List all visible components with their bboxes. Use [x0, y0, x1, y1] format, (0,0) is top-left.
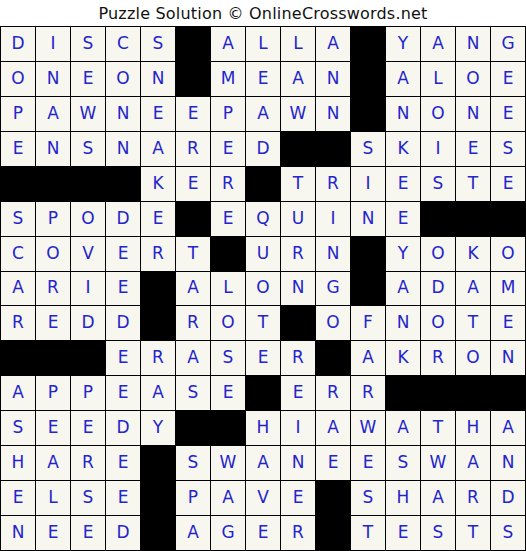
letter-cell: A	[281, 62, 316, 97]
black-cell	[1, 341, 36, 376]
letter-cell: R	[176, 132, 211, 167]
letter-cell: A	[176, 516, 211, 551]
letter-cell: R	[456, 481, 491, 516]
black-cell	[491, 202, 526, 237]
black-cell	[176, 27, 211, 62]
letter-cell: K	[456, 237, 491, 272]
letter-cell: E	[71, 62, 106, 97]
letter-cell: E	[36, 306, 71, 341]
letter-cell: R	[1, 306, 36, 341]
letter-cell: S	[141, 27, 176, 62]
letter-cell: S	[71, 481, 106, 516]
letter-cell: A	[351, 341, 386, 376]
letter-cell: H	[246, 411, 281, 446]
black-cell	[351, 272, 386, 307]
letter-cell: H	[386, 481, 421, 516]
letter-cell: P	[36, 202, 71, 237]
letter-cell: H	[1, 446, 36, 481]
black-cell	[281, 132, 316, 167]
black-cell	[71, 167, 106, 202]
letter-cell: S	[71, 132, 106, 167]
letter-cell: N	[456, 97, 491, 132]
letter-cell: I	[316, 202, 351, 237]
letter-cell: O	[491, 237, 526, 272]
letter-cell: E	[106, 237, 141, 272]
letter-cell: H	[456, 411, 491, 446]
black-cell	[281, 306, 316, 341]
letter-cell: C	[1, 237, 36, 272]
letter-cell: E	[246, 516, 281, 551]
letter-cell: L	[281, 27, 316, 62]
letter-cell: P	[211, 97, 246, 132]
letter-cell: P	[1, 97, 36, 132]
letter-cell: L	[36, 481, 71, 516]
letter-cell: S	[421, 516, 456, 551]
letter-cell: G	[316, 272, 351, 307]
black-cell	[141, 516, 176, 551]
black-cell	[141, 481, 176, 516]
letter-cell: N	[36, 132, 71, 167]
letter-cell: E	[71, 411, 106, 446]
letter-cell: N	[106, 132, 141, 167]
letter-cell: N	[386, 97, 421, 132]
letter-cell: O	[1, 62, 36, 97]
black-cell	[351, 97, 386, 132]
letter-cell: R	[141, 237, 176, 272]
letter-cell: E	[351, 446, 386, 481]
letter-cell: I	[351, 167, 386, 202]
letter-cell: T	[351, 516, 386, 551]
letter-cell: E	[36, 411, 71, 446]
letter-cell: W	[281, 97, 316, 132]
letter-cell: N	[386, 306, 421, 341]
black-cell	[176, 62, 211, 97]
letter-cell: S	[491, 132, 526, 167]
letter-cell: A	[316, 27, 351, 62]
letter-cell: R	[71, 446, 106, 481]
black-cell	[421, 376, 456, 411]
letter-cell: A	[176, 341, 211, 376]
letter-cell: E	[491, 306, 526, 341]
black-cell	[386, 376, 421, 411]
letter-cell: D	[246, 132, 281, 167]
letter-cell: E	[386, 516, 421, 551]
letter-cell: A	[141, 132, 176, 167]
letter-cell: N	[141, 62, 176, 97]
letter-cell: O	[456, 62, 491, 97]
black-cell	[71, 341, 106, 376]
letter-cell: E	[246, 62, 281, 97]
letter-cell: A	[1, 376, 36, 411]
letter-cell: E	[386, 202, 421, 237]
letter-cell: P	[36, 376, 71, 411]
letter-cell: P	[176, 481, 211, 516]
letter-cell: W	[351, 411, 386, 446]
letter-cell: A	[36, 97, 71, 132]
letter-cell: R	[36, 272, 71, 307]
black-cell	[351, 27, 386, 62]
letter-cell: E	[456, 132, 491, 167]
letter-cell: E	[106, 272, 141, 307]
letter-cell: L	[246, 27, 281, 62]
letter-cell: E	[176, 97, 211, 132]
letter-cell: E	[176, 167, 211, 202]
letter-cell: K	[386, 341, 421, 376]
black-cell	[316, 341, 351, 376]
letter-cell: Y	[386, 237, 421, 272]
letter-cell: M	[491, 272, 526, 307]
letter-cell: A	[456, 272, 491, 307]
letter-cell: E	[106, 481, 141, 516]
letter-cell: E	[491, 97, 526, 132]
black-cell	[176, 411, 211, 446]
letter-cell: C	[106, 27, 141, 62]
letter-cell: A	[386, 272, 421, 307]
letter-cell: E	[1, 481, 36, 516]
letter-cell: N	[106, 97, 141, 132]
letter-cell: E	[491, 167, 526, 202]
letter-cell: E	[281, 376, 316, 411]
letter-cell: S	[351, 481, 386, 516]
black-cell	[456, 376, 491, 411]
letter-cell: E	[316, 446, 351, 481]
black-cell	[421, 202, 456, 237]
letter-cell: A	[316, 411, 351, 446]
letter-cell: N	[491, 446, 526, 481]
letter-cell: S	[386, 446, 421, 481]
letter-cell: D	[1, 27, 36, 62]
letter-cell: A	[491, 411, 526, 446]
letter-cell: A	[246, 446, 281, 481]
letter-cell: S	[176, 446, 211, 481]
black-cell	[141, 306, 176, 341]
black-cell	[456, 202, 491, 237]
letter-cell: D	[106, 202, 141, 237]
letter-cell: R	[281, 516, 316, 551]
letter-cell: T	[281, 167, 316, 202]
letter-cell: R	[281, 237, 316, 272]
letter-cell: W	[421, 446, 456, 481]
black-cell	[211, 237, 246, 272]
letter-cell: E	[71, 516, 106, 551]
letter-cell: Q	[246, 202, 281, 237]
letter-cell: O	[246, 272, 281, 307]
letter-cell: D	[106, 516, 141, 551]
letter-cell: E	[211, 202, 246, 237]
letter-cell: A	[211, 27, 246, 62]
letter-cell: O	[71, 202, 106, 237]
letter-cell: A	[141, 376, 176, 411]
letter-cell: N	[316, 237, 351, 272]
letter-cell: F	[351, 306, 386, 341]
black-cell	[141, 272, 176, 307]
letter-cell: O	[421, 306, 456, 341]
letter-cell: N	[281, 446, 316, 481]
black-cell	[246, 167, 281, 202]
letter-cell: R	[316, 376, 351, 411]
letter-cell: W	[71, 97, 106, 132]
letter-cell: O	[421, 237, 456, 272]
letter-cell: D	[491, 481, 526, 516]
letter-cell: T	[456, 306, 491, 341]
letter-cell: E	[491, 62, 526, 97]
letter-cell: S	[351, 132, 386, 167]
black-cell	[351, 237, 386, 272]
letter-cell: G	[491, 27, 526, 62]
black-cell	[211, 411, 246, 446]
letter-cell: V	[71, 237, 106, 272]
letter-cell: L	[211, 272, 246, 307]
letter-cell: E	[211, 132, 246, 167]
letter-cell: N	[316, 97, 351, 132]
letter-cell: O	[36, 237, 71, 272]
letter-cell: E	[1, 132, 36, 167]
letter-cell: N	[351, 202, 386, 237]
letter-cell: U	[246, 237, 281, 272]
letter-cell: R	[351, 376, 386, 411]
letter-cell: N	[491, 341, 526, 376]
black-cell	[246, 376, 281, 411]
letter-cell: S	[176, 376, 211, 411]
letter-cell: R	[141, 341, 176, 376]
puzzle-solution-page: Puzzle Solution © OnlineCrosswords.net D…	[0, 0, 526, 551]
letter-cell: D	[106, 411, 141, 446]
letter-cell: S	[421, 167, 456, 202]
letter-cell: A	[421, 481, 456, 516]
page-title: Puzzle Solution © OnlineCrosswords.net	[0, 0, 526, 26]
letter-cell: I	[71, 272, 106, 307]
letter-cell: T	[421, 411, 456, 446]
black-cell	[491, 376, 526, 411]
letter-cell: N	[1, 516, 36, 551]
letter-cell: R	[281, 341, 316, 376]
letter-cell: I	[36, 27, 71, 62]
letter-cell: A	[456, 446, 491, 481]
letter-cell: A	[386, 62, 421, 97]
letter-cell: U	[281, 202, 316, 237]
black-cell	[316, 132, 351, 167]
letter-cell: S	[491, 516, 526, 551]
letter-cell: D	[106, 306, 141, 341]
letter-cell: O	[421, 97, 456, 132]
letter-cell: T	[456, 516, 491, 551]
letter-cell: W	[211, 446, 246, 481]
letter-cell: R	[176, 306, 211, 341]
letter-cell: E	[281, 481, 316, 516]
letter-cell: L	[421, 62, 456, 97]
letter-cell: A	[246, 97, 281, 132]
letter-cell: V	[246, 481, 281, 516]
letter-cell: O	[106, 62, 141, 97]
letter-cell: T	[456, 167, 491, 202]
letter-cell: E	[386, 167, 421, 202]
letter-cell: M	[211, 62, 246, 97]
letter-cell: N	[316, 62, 351, 97]
letter-cell: N	[281, 272, 316, 307]
letter-cell: E	[246, 341, 281, 376]
letter-cell: O	[456, 341, 491, 376]
letter-cell: Y	[141, 411, 176, 446]
letter-cell: A	[1, 272, 36, 307]
letter-cell: O	[211, 306, 246, 341]
letter-cell: N	[456, 27, 491, 62]
letter-cell: I	[421, 132, 456, 167]
letter-cell: P	[71, 376, 106, 411]
letter-cell: E	[106, 446, 141, 481]
letter-cell: A	[421, 27, 456, 62]
letter-cell: K	[386, 132, 421, 167]
letter-cell: I	[281, 411, 316, 446]
black-cell	[351, 62, 386, 97]
letter-cell: E	[106, 341, 141, 376]
letter-cell: A	[36, 446, 71, 481]
letter-cell: R	[421, 341, 456, 376]
black-cell	[106, 167, 141, 202]
letter-cell: S	[1, 202, 36, 237]
letter-cell: D	[71, 306, 106, 341]
black-cell	[1, 167, 36, 202]
black-cell	[316, 481, 351, 516]
letter-cell: E	[141, 202, 176, 237]
letter-cell: R	[211, 167, 246, 202]
letter-cell: T	[176, 237, 211, 272]
letter-cell: E	[36, 516, 71, 551]
letter-cell: G	[211, 516, 246, 551]
black-cell	[36, 341, 71, 376]
letter-cell: K	[141, 167, 176, 202]
black-cell	[316, 516, 351, 551]
letter-cell: E	[106, 376, 141, 411]
black-cell	[141, 446, 176, 481]
letter-cell: A	[211, 481, 246, 516]
letter-cell: T	[246, 306, 281, 341]
letter-cell: R	[316, 167, 351, 202]
letter-cell: S	[211, 341, 246, 376]
letter-cell: D	[421, 272, 456, 307]
letter-cell: E	[211, 376, 246, 411]
black-cell	[176, 202, 211, 237]
letter-cell: O	[316, 306, 351, 341]
letter-cell: E	[141, 97, 176, 132]
letter-cell: A	[386, 411, 421, 446]
black-cell	[36, 167, 71, 202]
letter-cell: S	[71, 27, 106, 62]
crossword-grid: DISCSALLAYANGONEONMEANALOEPAWNEEPAWNNONE…	[0, 26, 526, 551]
letter-cell: Y	[386, 27, 421, 62]
letter-cell: A	[176, 272, 211, 307]
letter-cell: S	[1, 411, 36, 446]
letter-cell: N	[36, 62, 71, 97]
